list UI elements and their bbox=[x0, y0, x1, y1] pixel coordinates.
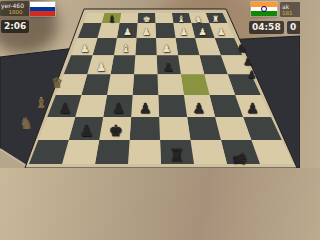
black-queen-b8[interactable]: ♛ bbox=[230, 151, 249, 168]
white-pawn-g4[interactable]: ♟ bbox=[96, 61, 106, 73]
square-d5[interactable] bbox=[157, 74, 183, 95]
white-bishop-c1[interactable]: ♝ bbox=[177, 15, 185, 24]
captured-white-piece[interactable]: ♝ bbox=[35, 96, 48, 110]
player-left-rating: 1800 bbox=[1, 9, 30, 15]
ashoka-chakra-icon bbox=[261, 6, 267, 12]
player-left-panel: yer-460 1800 bbox=[0, 1, 30, 16]
white-rook-a1[interactable]: ♜ bbox=[212, 15, 220, 24]
white-bishop-f3[interactable]: ♝ bbox=[121, 43, 130, 53]
player-right-clock: 04:58 bbox=[249, 21, 284, 34]
russia-flag-icon bbox=[30, 2, 55, 16]
black-pawn-h6[interactable]: ♟ bbox=[59, 102, 72, 116]
game-screen: { "game": "chess", "app": {"view": "3d-c… bbox=[0, 0, 300, 168]
square-f4[interactable] bbox=[111, 55, 136, 74]
white-knight-b1[interactable]: ♞ bbox=[195, 15, 203, 24]
square-d7[interactable] bbox=[159, 117, 190, 140]
black-pawn-e6[interactable]: ♟ bbox=[139, 102, 152, 116]
black-pawn-c6[interactable]: ♟ bbox=[193, 102, 206, 116]
captured-black-piece[interactable]: ♟ bbox=[248, 70, 257, 80]
square-e8[interactable] bbox=[128, 140, 161, 164]
player-left-clock: 2:06 bbox=[1, 20, 29, 33]
square-f1[interactable] bbox=[119, 13, 138, 23]
board-squares[interactable] bbox=[29, 13, 293, 164]
white-pawn-a2[interactable]: ♟ bbox=[217, 28, 226, 38]
square-c8[interactable] bbox=[190, 140, 227, 164]
black-pawn-f6[interactable]: ♟ bbox=[112, 102, 125, 116]
india-flag-icon bbox=[251, 2, 277, 16]
captured-white-piece[interactable]: ♞ bbox=[19, 117, 32, 132]
white-pawn-d3[interactable]: ♟ bbox=[162, 43, 171, 53]
white-pawn-f2[interactable]: ♟ bbox=[123, 28, 132, 38]
black-pawn-a6[interactable]: ♟ bbox=[246, 102, 259, 116]
square-f5[interactable] bbox=[107, 74, 134, 95]
captured-black-piece[interactable]: ♟ bbox=[244, 57, 253, 67]
square-d1[interactable] bbox=[155, 13, 173, 23]
square-e5[interactable] bbox=[133, 74, 159, 95]
square-d2[interactable] bbox=[155, 23, 175, 38]
white-king-e1[interactable]: ♚ bbox=[143, 15, 151, 24]
black-king-f7[interactable]: ♚ bbox=[109, 124, 123, 139]
square-e7[interactable] bbox=[130, 117, 160, 140]
white-pawn-h3[interactable]: ♟ bbox=[80, 43, 89, 53]
white-pawn-e2[interactable]: ♟ bbox=[142, 28, 151, 38]
flag-stripe bbox=[30, 11, 55, 16]
square-e4[interactable] bbox=[134, 55, 157, 74]
move-counter: 0 bbox=[287, 21, 300, 34]
flag-stripe bbox=[251, 11, 277, 16]
square-f8[interactable] bbox=[95, 140, 130, 164]
player-left-name: yer-460 bbox=[1, 2, 30, 9]
white-pawn-c2[interactable]: ♟ bbox=[179, 28, 188, 38]
captured-white-piece[interactable]: ♛ bbox=[51, 77, 63, 90]
player-right-panel: ak 181 bbox=[280, 2, 300, 17]
player-right-name: ak bbox=[282, 3, 300, 10]
square-d6[interactable] bbox=[158, 95, 187, 117]
square-e3[interactable] bbox=[135, 38, 156, 55]
black-pawn-d4[interactable]: ♟ bbox=[163, 61, 173, 73]
black-bishop-g1[interactable]: ♝ bbox=[108, 15, 116, 24]
black-pawn-g7[interactable]: ♟ bbox=[80, 124, 94, 139]
captured-black-piece[interactable]: ♞ bbox=[237, 43, 247, 54]
black-rook-d8[interactable]: ♜ bbox=[169, 147, 184, 164]
white-pawn-b2[interactable]: ♟ bbox=[198, 28, 207, 38]
square-c7[interactable] bbox=[187, 117, 221, 140]
player-right-rating: 181 bbox=[282, 10, 300, 16]
